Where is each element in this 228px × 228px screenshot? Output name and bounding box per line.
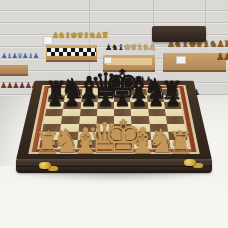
piece-black-p-a7[interactable]: ♟ (47, 91, 63, 109)
piece-black-p-f7[interactable]: ♟ (131, 91, 147, 109)
piece-white-r-h1[interactable]: ♜ (167, 128, 194, 158)
piece-black-p-b7[interactable]: ♟ (64, 91, 80, 109)
piece-black-p-h7[interactable]: ♟ (165, 91, 181, 109)
pieces-layer: ♜♞♝♛♚♝♞♜♟♟♟♟♟♟♟♟♟♟♟♟♟♟♟♟♜♞♝♛♚♝♞♜ (0, 0, 228, 228)
piece-black-p-c7[interactable]: ♟ (81, 91, 97, 109)
piece-black-p-g7[interactable]: ♟ (148, 91, 164, 109)
piece-black-p-e7[interactable]: ♟ (114, 91, 130, 109)
piece-black-p-d7[interactable]: ♟ (98, 91, 114, 109)
